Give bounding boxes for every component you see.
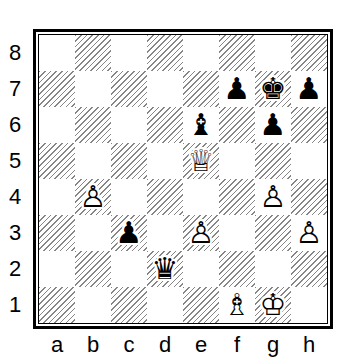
white-king-glyph: ♔ (255, 287, 291, 323)
black-queen[interactable]: ♛♛ (147, 251, 183, 287)
square-h5[interactable] (291, 143, 327, 179)
square-f4[interactable] (219, 179, 255, 215)
square-h4[interactable] (291, 179, 327, 215)
rank-label-8: 8 (0, 35, 30, 71)
square-d2[interactable]: ♛♛ (147, 251, 183, 287)
square-a7[interactable] (39, 71, 75, 107)
square-e1[interactable] (183, 287, 219, 323)
black-pawn[interactable]: ♟♟ (111, 215, 147, 251)
square-c7[interactable] (111, 71, 147, 107)
square-e8[interactable] (183, 35, 219, 71)
square-h8[interactable] (291, 35, 327, 71)
square-a5[interactable] (39, 143, 75, 179)
square-d7[interactable] (147, 71, 183, 107)
rank-label-3: 3 (0, 215, 30, 251)
square-e2[interactable] (183, 251, 219, 287)
square-a8[interactable] (39, 35, 75, 71)
square-g7[interactable]: ♚♚ (255, 71, 291, 107)
square-b5[interactable] (75, 143, 111, 179)
square-a4[interactable] (39, 179, 75, 215)
rank-label-6: 6 (0, 107, 30, 143)
square-b4[interactable]: ♟♙ (75, 179, 111, 215)
square-a3[interactable] (39, 215, 75, 251)
square-g1[interactable]: ♚♔ (255, 287, 291, 323)
white-pawn-glyph: ♙ (183, 215, 219, 251)
black-king[interactable]: ♚♚ (255, 71, 291, 107)
square-e5[interactable]: ♛♕ (183, 143, 219, 179)
square-b6[interactable] (75, 107, 111, 143)
white-queen[interactable]: ♛♕ (183, 143, 219, 179)
file-label-f: f (219, 331, 255, 358)
square-g6[interactable]: ♟♟ (255, 107, 291, 143)
square-h3[interactable]: ♟♙ (291, 215, 327, 251)
square-d3[interactable] (147, 215, 183, 251)
rank-label-2: 2 (0, 251, 30, 287)
square-f6[interactable] (219, 107, 255, 143)
square-c5[interactable] (111, 143, 147, 179)
square-c1[interactable] (111, 287, 147, 323)
white-bishop[interactable]: ♝♗ (219, 287, 255, 323)
square-e6[interactable]: ♝♝ (183, 107, 219, 143)
white-pawn-glyph: ♙ (75, 179, 111, 215)
square-g3[interactable] (255, 215, 291, 251)
square-f5[interactable] (219, 143, 255, 179)
square-f3[interactable] (219, 215, 255, 251)
square-b2[interactable] (75, 251, 111, 287)
square-c3[interactable]: ♟♟ (111, 215, 147, 251)
black-pawn[interactable]: ♟♟ (219, 71, 255, 107)
square-b1[interactable] (75, 287, 111, 323)
square-d5[interactable] (147, 143, 183, 179)
square-h1[interactable] (291, 287, 327, 323)
black-pawn-glyph: ♟ (291, 71, 327, 107)
black-queen-glyph: ♛ (147, 251, 183, 287)
square-d1[interactable] (147, 287, 183, 323)
square-b3[interactable] (75, 215, 111, 251)
square-a1[interactable] (39, 287, 75, 323)
file-label-b: b (75, 331, 111, 358)
black-pawn-glyph: ♟ (111, 215, 147, 251)
square-d8[interactable] (147, 35, 183, 71)
file-label-a: a (39, 331, 75, 358)
file-label-c: c (111, 331, 147, 358)
square-g4[interactable]: ♟♙ (255, 179, 291, 215)
white-pawn[interactable]: ♟♙ (183, 215, 219, 251)
file-label-g: g (255, 331, 291, 358)
square-a6[interactable] (39, 107, 75, 143)
square-d4[interactable] (147, 179, 183, 215)
white-bishop-glyph: ♗ (219, 287, 255, 323)
square-f1[interactable]: ♝♗ (219, 287, 255, 323)
square-e3[interactable]: ♟♙ (183, 215, 219, 251)
white-pawn[interactable]: ♟♙ (255, 179, 291, 215)
chess-board: ♟♟♚♚♟♟♝♝♟♟♛♕♟♙♟♙♟♟♟♙♟♙♛♛♝♗♚♔ (33, 29, 333, 329)
chess-diagram: 87654321 ♟♟♚♚♟♟♝♝♟♟♛♕♟♙♟♙♟♟♟♙♟♙♛♛♝♗♚♔ ab… (0, 0, 360, 360)
white-pawn-glyph: ♙ (291, 215, 327, 251)
file-labels: abcdefgh (39, 331, 327, 358)
square-h2[interactable] (291, 251, 327, 287)
square-g5[interactable] (255, 143, 291, 179)
white-queen-glyph: ♕ (183, 143, 219, 179)
black-pawn-glyph: ♟ (219, 71, 255, 107)
rank-label-5: 5 (0, 143, 30, 179)
black-pawn-glyph: ♟ (255, 107, 291, 143)
white-pawn-glyph: ♙ (255, 179, 291, 215)
rank-labels: 87654321 (0, 35, 30, 323)
square-e7[interactable] (183, 71, 219, 107)
black-king-glyph: ♚ (255, 71, 291, 107)
square-h7[interactable]: ♟♟ (291, 71, 327, 107)
black-bishop[interactable]: ♝♝ (183, 107, 219, 143)
square-d6[interactable] (147, 107, 183, 143)
square-a2[interactable] (39, 251, 75, 287)
black-pawn[interactable]: ♟♟ (255, 107, 291, 143)
square-h6[interactable] (291, 107, 327, 143)
white-pawn[interactable]: ♟♙ (291, 215, 327, 251)
square-c8[interactable] (111, 35, 147, 71)
white-pawn[interactable]: ♟♙ (75, 179, 111, 215)
rank-label-7: 7 (0, 71, 30, 107)
square-f2[interactable] (219, 251, 255, 287)
rank-label-4: 4 (0, 179, 30, 215)
square-f8[interactable] (219, 35, 255, 71)
square-f7[interactable]: ♟♟ (219, 71, 255, 107)
black-bishop-glyph: ♝ (183, 107, 219, 143)
white-king[interactable]: ♚♔ (255, 287, 291, 323)
black-pawn[interactable]: ♟♟ (291, 71, 327, 107)
square-c6[interactable] (111, 107, 147, 143)
rank-label-1: 1 (0, 287, 30, 323)
square-e4[interactable] (183, 179, 219, 215)
board-grid: ♟♟♚♚♟♟♝♝♟♟♛♕♟♙♟♙♟♟♟♙♟♙♛♛♝♗♚♔ (39, 35, 327, 323)
file-label-h: h (291, 331, 327, 358)
file-label-e: e (183, 331, 219, 358)
square-c2[interactable] (111, 251, 147, 287)
square-g8[interactable] (255, 35, 291, 71)
square-g2[interactable] (255, 251, 291, 287)
square-c4[interactable] (111, 179, 147, 215)
square-b8[interactable] (75, 35, 111, 71)
board-inner-frame: ♟♟♚♚♟♟♝♝♟♟♛♕♟♙♟♙♟♟♟♙♟♙♛♛♝♗♚♔ (38, 34, 328, 324)
square-b7[interactable] (75, 71, 111, 107)
file-label-d: d (147, 331, 183, 358)
